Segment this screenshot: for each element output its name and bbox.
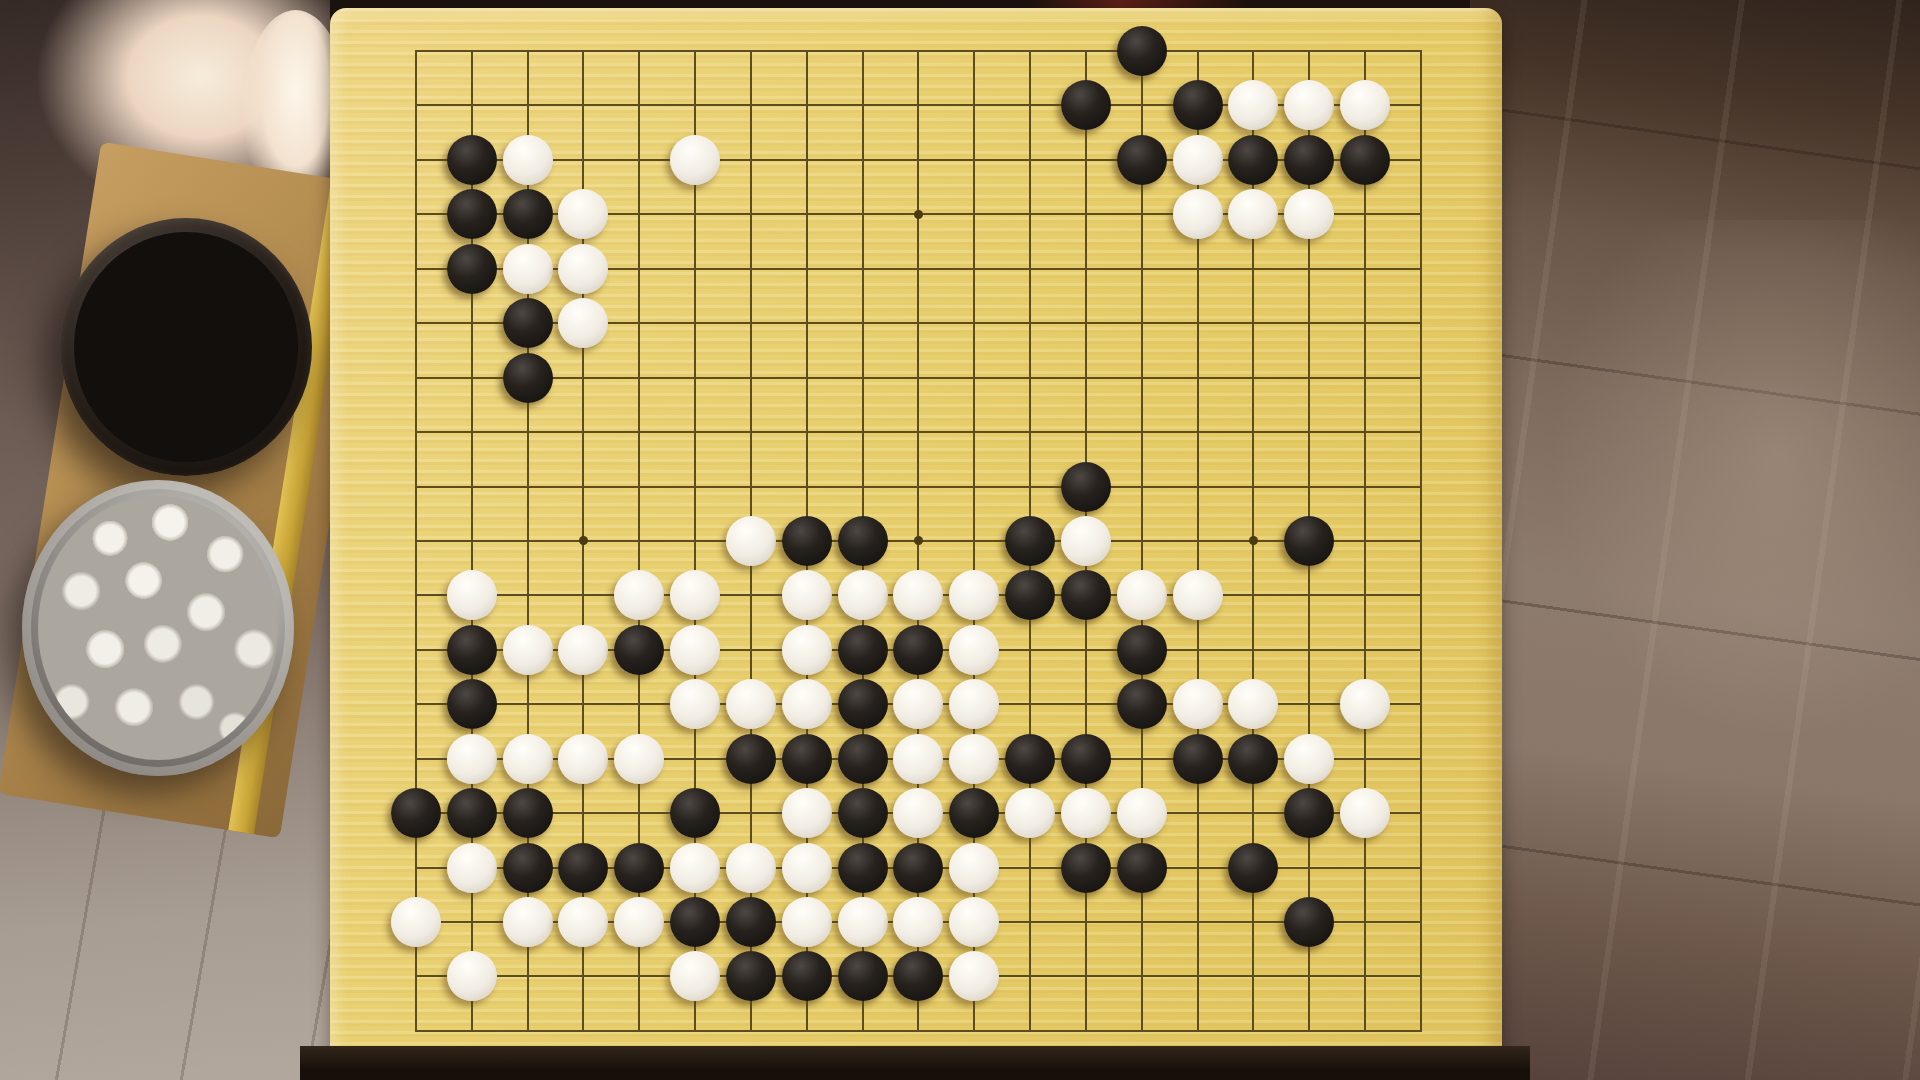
white-stone[interactable] — [838, 897, 888, 947]
black-stone[interactable] — [447, 679, 497, 729]
black-stone[interactable] — [726, 734, 776, 784]
white-stone[interactable] — [391, 897, 441, 947]
black-stone[interactable] — [447, 788, 497, 838]
white-stone[interactable] — [503, 625, 553, 675]
white-stone[interactable] — [782, 679, 832, 729]
black-stone[interactable] — [614, 843, 664, 893]
black-stone[interactable] — [1117, 135, 1167, 185]
white-stone[interactable] — [893, 734, 943, 784]
white-stone[interactable] — [670, 679, 720, 729]
white-stones-bowl[interactable] — [22, 480, 294, 776]
black-stone[interactable] — [391, 788, 441, 838]
white-stone[interactable] — [670, 843, 720, 893]
black-stone[interactable] — [1117, 625, 1167, 675]
white-stone[interactable] — [782, 788, 832, 838]
white-stone[interactable] — [1228, 189, 1278, 239]
white-stone[interactable] — [503, 734, 553, 784]
board-grid[interactable] — [415, 50, 1422, 1032]
white-stone[interactable] — [1284, 734, 1334, 784]
black-stone[interactable] — [1005, 516, 1055, 566]
black-stone[interactable] — [1061, 462, 1111, 512]
black-stone[interactable] — [670, 788, 720, 838]
white-stone[interactable] — [447, 570, 497, 620]
white-stone[interactable] — [1173, 679, 1223, 729]
white-stone[interactable] — [670, 951, 720, 1001]
white-stone[interactable] — [558, 897, 608, 947]
white-stone[interactable] — [893, 679, 943, 729]
white-stone[interactable] — [447, 734, 497, 784]
star-point — [1249, 536, 1258, 545]
black-stone[interactable] — [1228, 843, 1278, 893]
black-stone[interactable] — [782, 516, 832, 566]
white-stone[interactable] — [949, 951, 999, 1001]
white-stone[interactable] — [726, 516, 776, 566]
go-board[interactable] — [330, 8, 1502, 1072]
white-stone[interactable] — [558, 298, 608, 348]
black-stone[interactable] — [782, 734, 832, 784]
white-stone[interactable] — [670, 625, 720, 675]
white-stone[interactable] — [949, 679, 999, 729]
black-stone[interactable] — [893, 951, 943, 1001]
white-stone[interactable] — [1228, 80, 1278, 130]
white-stone[interactable] — [670, 570, 720, 620]
white-stone[interactable] — [1340, 80, 1390, 130]
white-stone[interactable] — [838, 570, 888, 620]
black-stone[interactable] — [503, 298, 553, 348]
white-stone[interactable] — [893, 897, 943, 947]
white-stone[interactable] — [1284, 189, 1334, 239]
black-stone[interactable] — [1284, 788, 1334, 838]
black-stones-bowl[interactable] — [60, 218, 312, 476]
white-stone[interactable] — [949, 897, 999, 947]
black-stone[interactable] — [1173, 80, 1223, 130]
white-stone[interactable] — [1284, 80, 1334, 130]
black-stone[interactable] — [726, 951, 776, 1001]
white-stone[interactable] — [726, 843, 776, 893]
white-stone[interactable] — [1340, 679, 1390, 729]
white-stone[interactable] — [614, 897, 664, 947]
black-stone[interactable] — [1117, 679, 1167, 729]
black-stone[interactable] — [838, 843, 888, 893]
white-stone[interactable] — [949, 625, 999, 675]
black-stone[interactable] — [893, 843, 943, 893]
white-stone[interactable] — [1117, 570, 1167, 620]
white-stone[interactable] — [558, 244, 608, 294]
white-stone[interactable] — [447, 843, 497, 893]
white-stone[interactable] — [1061, 516, 1111, 566]
white-stone[interactable] — [1173, 135, 1223, 185]
star-point — [579, 536, 588, 545]
white-stone[interactable] — [1117, 788, 1167, 838]
white-stone[interactable] — [949, 734, 999, 784]
black-stone[interactable] — [726, 897, 776, 947]
white-stone[interactable] — [447, 951, 497, 1001]
black-stone[interactable] — [558, 843, 608, 893]
white-stone[interactable] — [782, 843, 832, 893]
black-stone[interactable] — [447, 625, 497, 675]
black-stone[interactable] — [1173, 734, 1223, 784]
black-stone[interactable] — [838, 788, 888, 838]
black-stone[interactable] — [1005, 734, 1055, 784]
black-stone[interactable] — [1061, 570, 1111, 620]
black-stone[interactable] — [614, 625, 664, 675]
black-stone[interactable] — [1117, 843, 1167, 893]
white-stone[interactable] — [949, 843, 999, 893]
black-stone[interactable] — [447, 189, 497, 239]
black-stones-heap — [74, 232, 298, 462]
black-stone[interactable] — [1061, 734, 1111, 784]
black-stone[interactable] — [1340, 135, 1390, 185]
white-stone[interactable] — [782, 897, 832, 947]
black-stone[interactable] — [503, 788, 553, 838]
white-stone[interactable] — [782, 625, 832, 675]
white-stone[interactable] — [503, 135, 553, 185]
white-stone[interactable] — [1173, 189, 1223, 239]
black-stone[interactable] — [1117, 26, 1167, 76]
black-stone[interactable] — [447, 135, 497, 185]
black-stone[interactable] — [503, 353, 553, 403]
shadow-below-board — [300, 1046, 1530, 1080]
white-stone[interactable] — [614, 734, 664, 784]
black-stone[interactable] — [1284, 135, 1334, 185]
black-stone[interactable] — [838, 734, 888, 784]
white-stones-heap — [38, 496, 278, 760]
black-stone[interactable] — [893, 625, 943, 675]
black-stone[interactable] — [447, 244, 497, 294]
black-stone[interactable] — [1061, 843, 1111, 893]
white-stone[interactable] — [1228, 679, 1278, 729]
wood-floor — [1430, 0, 1920, 1080]
white-stone[interactable] — [670, 135, 720, 185]
black-stone[interactable] — [838, 951, 888, 1001]
white-stone[interactable] — [503, 244, 553, 294]
white-stone[interactable] — [1005, 788, 1055, 838]
white-stone[interactable] — [558, 625, 608, 675]
black-stone[interactable] — [838, 516, 888, 566]
white-stone[interactable] — [726, 679, 776, 729]
black-stone[interactable] — [1284, 516, 1334, 566]
white-stone[interactable] — [1061, 788, 1111, 838]
white-stone[interactable] — [558, 189, 608, 239]
white-stone[interactable] — [558, 734, 608, 784]
white-stone[interactable] — [949, 570, 999, 620]
black-stone[interactable] — [503, 843, 553, 893]
white-stone[interactable] — [614, 570, 664, 620]
white-stone[interactable] — [893, 788, 943, 838]
black-stone[interactable] — [1284, 897, 1334, 947]
black-stone[interactable] — [670, 897, 720, 947]
floor-light-patch — [1550, 220, 1920, 740]
star-point — [914, 210, 923, 219]
black-stone[interactable] — [838, 625, 888, 675]
black-stone[interactable] — [782, 951, 832, 1001]
white-stone[interactable] — [782, 570, 832, 620]
white-stone[interactable] — [1340, 788, 1390, 838]
black-stone[interactable] — [838, 679, 888, 729]
black-stone[interactable] — [949, 788, 999, 838]
white-stone[interactable] — [1173, 570, 1223, 620]
black-stone[interactable] — [1005, 570, 1055, 620]
white-stone[interactable] — [893, 570, 943, 620]
black-stone[interactable] — [1061, 80, 1111, 130]
scene — [0, 0, 1920, 1080]
black-stone[interactable] — [1228, 135, 1278, 185]
white-stone[interactable] — [503, 897, 553, 947]
black-stone[interactable] — [1228, 734, 1278, 784]
star-point — [914, 536, 923, 545]
black-stone[interactable] — [503, 189, 553, 239]
